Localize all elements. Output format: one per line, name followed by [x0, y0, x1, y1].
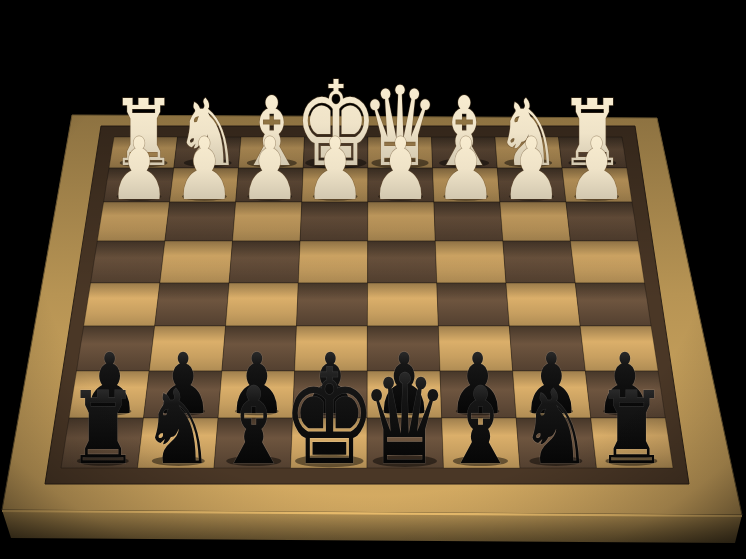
chess-board[interactable]: ♜♞♝♚♛♝♞♜♟♟♟♟♟♟♟♟♟♟♟♟♟♟♟♟♜♞♝♚♛♝♞♜	[0, 0, 746, 559]
vignette-overlay	[0, 0, 746, 559]
photo-background: ♜♞♝♚♛♝♞♜♟♟♟♟♟♟♟♟♟♟♟♟♟♟♟♟♜♞♝♚♛♝♞♜	[0, 0, 746, 559]
